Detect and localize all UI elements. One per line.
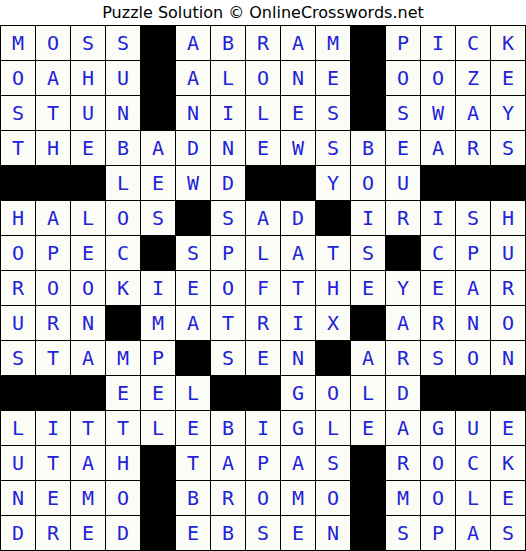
letter-cell: A	[176, 61, 210, 95]
letter-cell: I	[421, 201, 455, 235]
letter-cell: M	[281, 481, 315, 515]
letter-cell: K	[491, 446, 525, 480]
letter-cell: R	[211, 481, 245, 515]
letter-cell: A	[456, 96, 490, 130]
letter-cell: T	[211, 306, 245, 340]
letter-cell: O	[491, 306, 525, 340]
letter-cell: O	[1, 236, 35, 270]
letter-cell: E	[36, 481, 70, 515]
block-cell	[351, 481, 385, 515]
block-cell	[351, 516, 385, 550]
letter-cell: R	[386, 341, 420, 375]
letter-cell: E	[71, 236, 105, 270]
block-cell	[36, 166, 70, 200]
letter-cell: R	[421, 306, 455, 340]
block-cell	[491, 376, 525, 410]
block-cell	[281, 166, 315, 200]
letter-cell: P	[36, 236, 70, 270]
letter-cell: S	[386, 96, 420, 130]
letter-cell: E	[71, 131, 105, 165]
letter-cell: E	[176, 411, 210, 445]
block-cell	[176, 341, 210, 375]
letter-cell: A	[71, 341, 105, 375]
letter-cell: O	[316, 376, 350, 410]
letter-cell: I	[246, 411, 280, 445]
letter-cell: O	[246, 481, 280, 515]
letter-cell: E	[491, 481, 525, 515]
block-cell	[1, 166, 35, 200]
letter-cell: L	[211, 61, 245, 95]
letter-cell: O	[36, 26, 70, 60]
letter-cell: M	[71, 481, 105, 515]
letter-cell: A	[386, 306, 420, 340]
block-cell	[386, 236, 420, 270]
block-cell	[141, 96, 175, 130]
letter-cell: D	[1, 516, 35, 550]
block-cell	[456, 376, 490, 410]
letter-cell: L	[141, 411, 175, 445]
letter-cell: A	[71, 446, 105, 480]
letter-cell: D	[281, 201, 315, 235]
letter-cell: B	[211, 26, 245, 60]
letter-cell: A	[456, 271, 490, 305]
letter-cell: A	[421, 131, 455, 165]
block-cell	[36, 376, 70, 410]
letter-cell: S	[386, 516, 420, 550]
letter-cell: S	[211, 201, 245, 235]
letter-cell: A	[176, 26, 210, 60]
letter-cell: S	[316, 446, 350, 480]
letter-cell: S	[176, 236, 210, 270]
block-cell	[351, 26, 385, 60]
letter-cell: N	[316, 516, 350, 550]
letter-cell: E	[281, 516, 315, 550]
block-cell	[421, 376, 455, 410]
letter-cell: R	[456, 131, 490, 165]
letter-cell: S	[71, 26, 105, 60]
block-cell	[246, 376, 280, 410]
letter-cell: S	[211, 341, 245, 375]
letter-cell: A	[246, 201, 280, 235]
letter-cell: E	[106, 376, 140, 410]
letter-cell: O	[421, 481, 455, 515]
letter-cell: O	[351, 166, 385, 200]
letter-cell: W	[176, 166, 210, 200]
letter-cell: Z	[456, 61, 490, 95]
letter-cell: A	[36, 201, 70, 235]
letter-cell: B	[211, 411, 245, 445]
letter-cell: M	[106, 341, 140, 375]
letter-cell: T	[36, 341, 70, 375]
letter-cell: G	[281, 376, 315, 410]
letter-cell: L	[456, 481, 490, 515]
letter-cell: E	[141, 166, 175, 200]
letter-cell: R	[386, 201, 420, 235]
block-cell	[211, 376, 245, 410]
letter-cell: O	[386, 61, 420, 95]
letter-cell: L	[316, 411, 350, 445]
letter-cell: A	[456, 516, 490, 550]
letter-cell: A	[281, 446, 315, 480]
letter-cell: L	[176, 376, 210, 410]
letter-cell: T	[71, 411, 105, 445]
letter-cell: L	[106, 166, 140, 200]
letter-cell: A	[211, 446, 245, 480]
block-cell	[351, 306, 385, 340]
letter-cell: M	[1, 26, 35, 60]
block-cell	[141, 446, 175, 480]
block-cell	[491, 166, 525, 200]
letter-cell: P	[211, 236, 245, 270]
letter-cell: S	[1, 96, 35, 130]
letter-cell: R	[36, 306, 70, 340]
letter-cell: N	[211, 131, 245, 165]
letter-cell: S	[316, 131, 350, 165]
letter-cell: A	[176, 306, 210, 340]
letter-cell: T	[1, 131, 35, 165]
letter-cell: H	[36, 131, 70, 165]
letter-cell: S	[246, 516, 280, 550]
letter-cell: K	[491, 26, 525, 60]
letter-cell: A	[351, 341, 385, 375]
letter-cell: E	[176, 271, 210, 305]
letter-cell: W	[281, 131, 315, 165]
letter-cell: O	[246, 61, 280, 95]
letter-cell: R	[386, 446, 420, 480]
letter-cell: O	[211, 271, 245, 305]
letter-cell: I	[351, 201, 385, 235]
letter-cell: P	[141, 341, 175, 375]
letter-cell: N	[456, 306, 490, 340]
letter-cell: E	[316, 61, 350, 95]
letter-cell: P	[246, 446, 280, 480]
letter-cell: O	[421, 61, 455, 95]
letter-cell: N	[176, 96, 210, 130]
block-cell	[141, 516, 175, 550]
letter-cell: D	[386, 376, 420, 410]
letter-cell: U	[491, 236, 525, 270]
letter-cell: B	[106, 131, 140, 165]
letter-cell: L	[246, 96, 280, 130]
block-cell	[141, 61, 175, 95]
letter-cell: X	[316, 306, 350, 340]
letter-cell: U	[71, 96, 105, 130]
letter-cell: W	[421, 96, 455, 130]
letter-cell: E	[176, 516, 210, 550]
letter-cell: E	[351, 411, 385, 445]
letter-cell: B	[176, 481, 210, 515]
block-cell	[141, 236, 175, 270]
letter-cell: C	[421, 236, 455, 270]
block-cell	[456, 166, 490, 200]
letter-cell: H	[491, 201, 525, 235]
letter-cell: U	[106, 61, 140, 95]
letter-cell: E	[71, 516, 105, 550]
letter-cell: U	[1, 306, 35, 340]
letter-cell: D	[211, 166, 245, 200]
block-cell	[71, 166, 105, 200]
letter-cell: E	[421, 271, 455, 305]
letter-cell: L	[351, 376, 385, 410]
block-cell	[106, 306, 140, 340]
block-cell	[421, 166, 455, 200]
block-cell	[176, 201, 210, 235]
letter-cell: C	[106, 236, 140, 270]
block-cell	[316, 341, 350, 375]
block-cell	[351, 96, 385, 130]
letter-cell: P	[386, 26, 420, 60]
letter-cell: A	[281, 236, 315, 270]
letter-cell: T	[176, 446, 210, 480]
letter-cell: S	[421, 341, 455, 375]
letter-cell: E	[141, 376, 175, 410]
letter-cell: N	[281, 341, 315, 375]
letter-cell: G	[281, 411, 315, 445]
letter-cell: O	[36, 271, 70, 305]
letter-cell: O	[71, 271, 105, 305]
letter-cell: M	[386, 481, 420, 515]
letter-cell: L	[1, 411, 35, 445]
letter-cell: S	[491, 131, 525, 165]
letter-cell: H	[71, 61, 105, 95]
letter-cell: N	[106, 96, 140, 130]
letter-cell: N	[491, 341, 525, 375]
letter-cell: O	[316, 481, 350, 515]
block-cell	[316, 201, 350, 235]
letter-cell: I	[36, 411, 70, 445]
letter-cell: T	[281, 271, 315, 305]
puzzle-title: Puzzle Solution © OnlineCrosswords.net	[0, 0, 526, 25]
letter-cell: L	[71, 201, 105, 235]
letter-cell: S	[491, 516, 525, 550]
letter-cell: D	[176, 131, 210, 165]
letter-cell: O	[1, 61, 35, 95]
letter-cell: S	[141, 201, 175, 235]
letter-cell: E	[246, 131, 280, 165]
letter-cell: B	[211, 516, 245, 550]
letter-cell: U	[386, 166, 420, 200]
letter-cell: E	[386, 131, 420, 165]
letter-cell: O	[456, 341, 490, 375]
letter-cell: A	[386, 411, 420, 445]
letter-cell: O	[421, 446, 455, 480]
letter-cell: M	[316, 26, 350, 60]
letter-cell: U	[1, 446, 35, 480]
letter-cell: R	[491, 271, 525, 305]
letter-cell: I	[141, 271, 175, 305]
crossword-grid: MOSSABRAMPICKOAHUALONEOOZESTUNNILESSWAYT…	[0, 25, 526, 551]
block-cell	[1, 376, 35, 410]
letter-cell: H	[316, 271, 350, 305]
letter-cell: R	[246, 26, 280, 60]
letter-cell: N	[281, 61, 315, 95]
letter-cell: D	[106, 516, 140, 550]
letter-cell: I	[211, 96, 245, 130]
letter-cell: E	[281, 96, 315, 130]
letter-cell: N	[1, 481, 35, 515]
letter-cell: Y	[386, 271, 420, 305]
letter-cell: C	[456, 446, 490, 480]
letter-cell: T	[106, 411, 140, 445]
letter-cell: C	[456, 26, 490, 60]
letter-cell: S	[456, 201, 490, 235]
letter-cell: S	[1, 341, 35, 375]
letter-cell: Y	[316, 166, 350, 200]
letter-cell: T	[36, 96, 70, 130]
letter-cell: A	[36, 61, 70, 95]
letter-cell: Y	[491, 96, 525, 130]
letter-cell: P	[421, 516, 455, 550]
letter-cell: T	[316, 236, 350, 270]
letter-cell: F	[246, 271, 280, 305]
letter-cell: S	[316, 96, 350, 130]
block-cell	[351, 446, 385, 480]
letter-cell: R	[36, 516, 70, 550]
letter-cell: A	[141, 131, 175, 165]
letter-cell: A	[281, 26, 315, 60]
letter-cell: I	[281, 306, 315, 340]
letter-cell: E	[351, 271, 385, 305]
letter-cell: G	[421, 411, 455, 445]
letter-cell: R	[246, 306, 280, 340]
letter-cell: M	[141, 306, 175, 340]
block-cell	[351, 61, 385, 95]
letter-cell: H	[106, 446, 140, 480]
block-cell	[141, 481, 175, 515]
letter-cell: E	[491, 61, 525, 95]
letter-cell: B	[351, 131, 385, 165]
letter-cell: T	[36, 446, 70, 480]
letter-cell: O	[106, 481, 140, 515]
letter-cell: P	[456, 236, 490, 270]
letter-cell: K	[106, 271, 140, 305]
block-cell	[141, 26, 175, 60]
letter-cell: R	[1, 271, 35, 305]
letter-cell: H	[1, 201, 35, 235]
letter-cell: S	[106, 26, 140, 60]
block-cell	[71, 376, 105, 410]
letter-cell: E	[491, 411, 525, 445]
letter-cell: N	[71, 306, 105, 340]
letter-cell: U	[456, 411, 490, 445]
letter-cell: O	[106, 201, 140, 235]
letter-cell: S	[351, 236, 385, 270]
block-cell	[246, 166, 280, 200]
letter-cell: I	[421, 26, 455, 60]
letter-cell: E	[246, 341, 280, 375]
letter-cell: L	[246, 236, 280, 270]
